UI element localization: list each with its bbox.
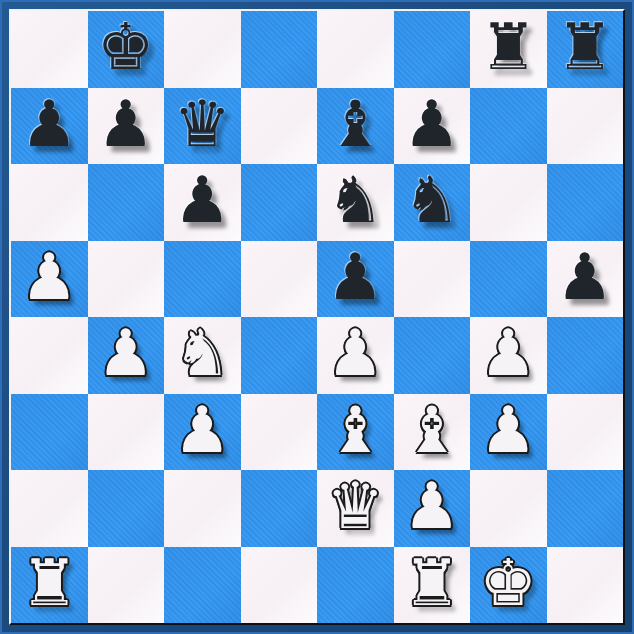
square-h8[interactable]: ♜ [547, 11, 624, 88]
square-a1[interactable]: ♜ [11, 547, 88, 624]
square-e7[interactable]: ♝ [317, 88, 394, 165]
black-pawn-piece: ♟ [403, 86, 460, 163]
square-d7[interactable] [241, 88, 318, 165]
square-h3[interactable] [547, 394, 624, 471]
square-c2[interactable] [164, 470, 241, 547]
square-h6[interactable] [547, 164, 624, 241]
square-b4[interactable]: ♟ [88, 317, 165, 394]
chess-board-inner-bevel: ♚♜♜♟♟♛♝♟♟♞♞♟♟♟♟♞♟♟♟♝♝♟♛♟♜♜♚ [9, 9, 625, 625]
white-pawn-piece: ♟ [480, 392, 537, 469]
square-f1[interactable]: ♜ [394, 547, 471, 624]
square-h4[interactable] [547, 317, 624, 394]
square-d5[interactable] [241, 241, 318, 318]
square-b7[interactable]: ♟ [88, 88, 165, 165]
square-a8[interactable] [11, 11, 88, 88]
square-d6[interactable] [241, 164, 318, 241]
white-pawn-piece: ♟ [327, 315, 384, 392]
black-pawn-piece: ♟ [21, 86, 78, 163]
square-h2[interactable] [547, 470, 624, 547]
square-e1[interactable] [317, 547, 394, 624]
square-f4[interactable] [394, 317, 471, 394]
white-queen-piece: ♛ [327, 468, 384, 545]
black-pawn-piece: ♟ [556, 239, 613, 316]
square-a2[interactable] [11, 470, 88, 547]
square-h1[interactable] [547, 547, 624, 624]
black-king-piece: ♚ [97, 9, 154, 86]
square-a7[interactable]: ♟ [11, 88, 88, 165]
square-a4[interactable] [11, 317, 88, 394]
square-g7[interactable] [470, 88, 547, 165]
square-e5[interactable]: ♟ [317, 241, 394, 318]
square-c6[interactable]: ♟ [164, 164, 241, 241]
square-b1[interactable] [88, 547, 165, 624]
square-f7[interactable]: ♟ [394, 88, 471, 165]
chess-board-frame: ♚♜♜♟♟♛♝♟♟♞♞♟♟♟♟♞♟♟♟♝♝♟♛♟♜♜♚ [0, 0, 634, 634]
black-queen-piece: ♛ [174, 86, 231, 163]
black-pawn-piece: ♟ [97, 86, 154, 163]
square-g5[interactable] [470, 241, 547, 318]
white-bishop-piece: ♝ [403, 392, 460, 469]
white-bishop-piece: ♝ [327, 392, 384, 469]
square-a5[interactable]: ♟ [11, 241, 88, 318]
white-pawn-piece: ♟ [97, 315, 154, 392]
square-a3[interactable] [11, 394, 88, 471]
black-knight-piece: ♞ [327, 162, 384, 239]
white-knight-piece: ♞ [174, 315, 231, 392]
square-f5[interactable] [394, 241, 471, 318]
black-pawn-piece: ♟ [174, 162, 231, 239]
square-g2[interactable] [470, 470, 547, 547]
square-g3[interactable]: ♟ [470, 394, 547, 471]
black-bishop-piece: ♝ [327, 86, 384, 163]
square-d4[interactable] [241, 317, 318, 394]
square-c7[interactable]: ♛ [164, 88, 241, 165]
square-d3[interactable] [241, 394, 318, 471]
square-c3[interactable]: ♟ [164, 394, 241, 471]
square-g4[interactable]: ♟ [470, 317, 547, 394]
square-e4[interactable]: ♟ [317, 317, 394, 394]
black-rook-piece: ♜ [480, 9, 537, 86]
black-knight-piece: ♞ [403, 162, 460, 239]
square-d1[interactable] [241, 547, 318, 624]
white-pawn-piece: ♟ [480, 315, 537, 392]
square-b3[interactable] [88, 394, 165, 471]
white-pawn-piece: ♟ [174, 392, 231, 469]
square-c5[interactable] [164, 241, 241, 318]
square-g6[interactable] [470, 164, 547, 241]
square-h5[interactable]: ♟ [547, 241, 624, 318]
square-b8[interactable]: ♚ [88, 11, 165, 88]
square-b5[interactable] [88, 241, 165, 318]
square-g1[interactable]: ♚ [470, 547, 547, 624]
square-c4[interactable]: ♞ [164, 317, 241, 394]
square-f6[interactable]: ♞ [394, 164, 471, 241]
square-e3[interactable]: ♝ [317, 394, 394, 471]
square-f2[interactable]: ♟ [394, 470, 471, 547]
white-rook-piece: ♜ [403, 545, 460, 622]
white-pawn-piece: ♟ [403, 468, 460, 545]
black-rook-piece: ♜ [556, 9, 613, 86]
square-b2[interactable] [88, 470, 165, 547]
square-e6[interactable]: ♞ [317, 164, 394, 241]
square-c8[interactable] [164, 11, 241, 88]
square-d8[interactable] [241, 11, 318, 88]
chess-board: ♚♜♜♟♟♛♝♟♟♞♞♟♟♟♟♞♟♟♟♝♝♟♛♟♜♜♚ [11, 11, 623, 623]
square-d2[interactable] [241, 470, 318, 547]
square-h7[interactable] [547, 88, 624, 165]
square-f8[interactable] [394, 11, 471, 88]
square-e8[interactable] [317, 11, 394, 88]
square-b6[interactable] [88, 164, 165, 241]
white-rook-piece: ♜ [21, 545, 78, 622]
square-c1[interactable] [164, 547, 241, 624]
square-e2[interactable]: ♛ [317, 470, 394, 547]
square-a6[interactable] [11, 164, 88, 241]
white-pawn-piece: ♟ [21, 239, 78, 316]
white-king-piece: ♚ [480, 545, 537, 622]
square-f3[interactable]: ♝ [394, 394, 471, 471]
black-pawn-piece: ♟ [327, 239, 384, 316]
square-g8[interactable]: ♜ [470, 11, 547, 88]
